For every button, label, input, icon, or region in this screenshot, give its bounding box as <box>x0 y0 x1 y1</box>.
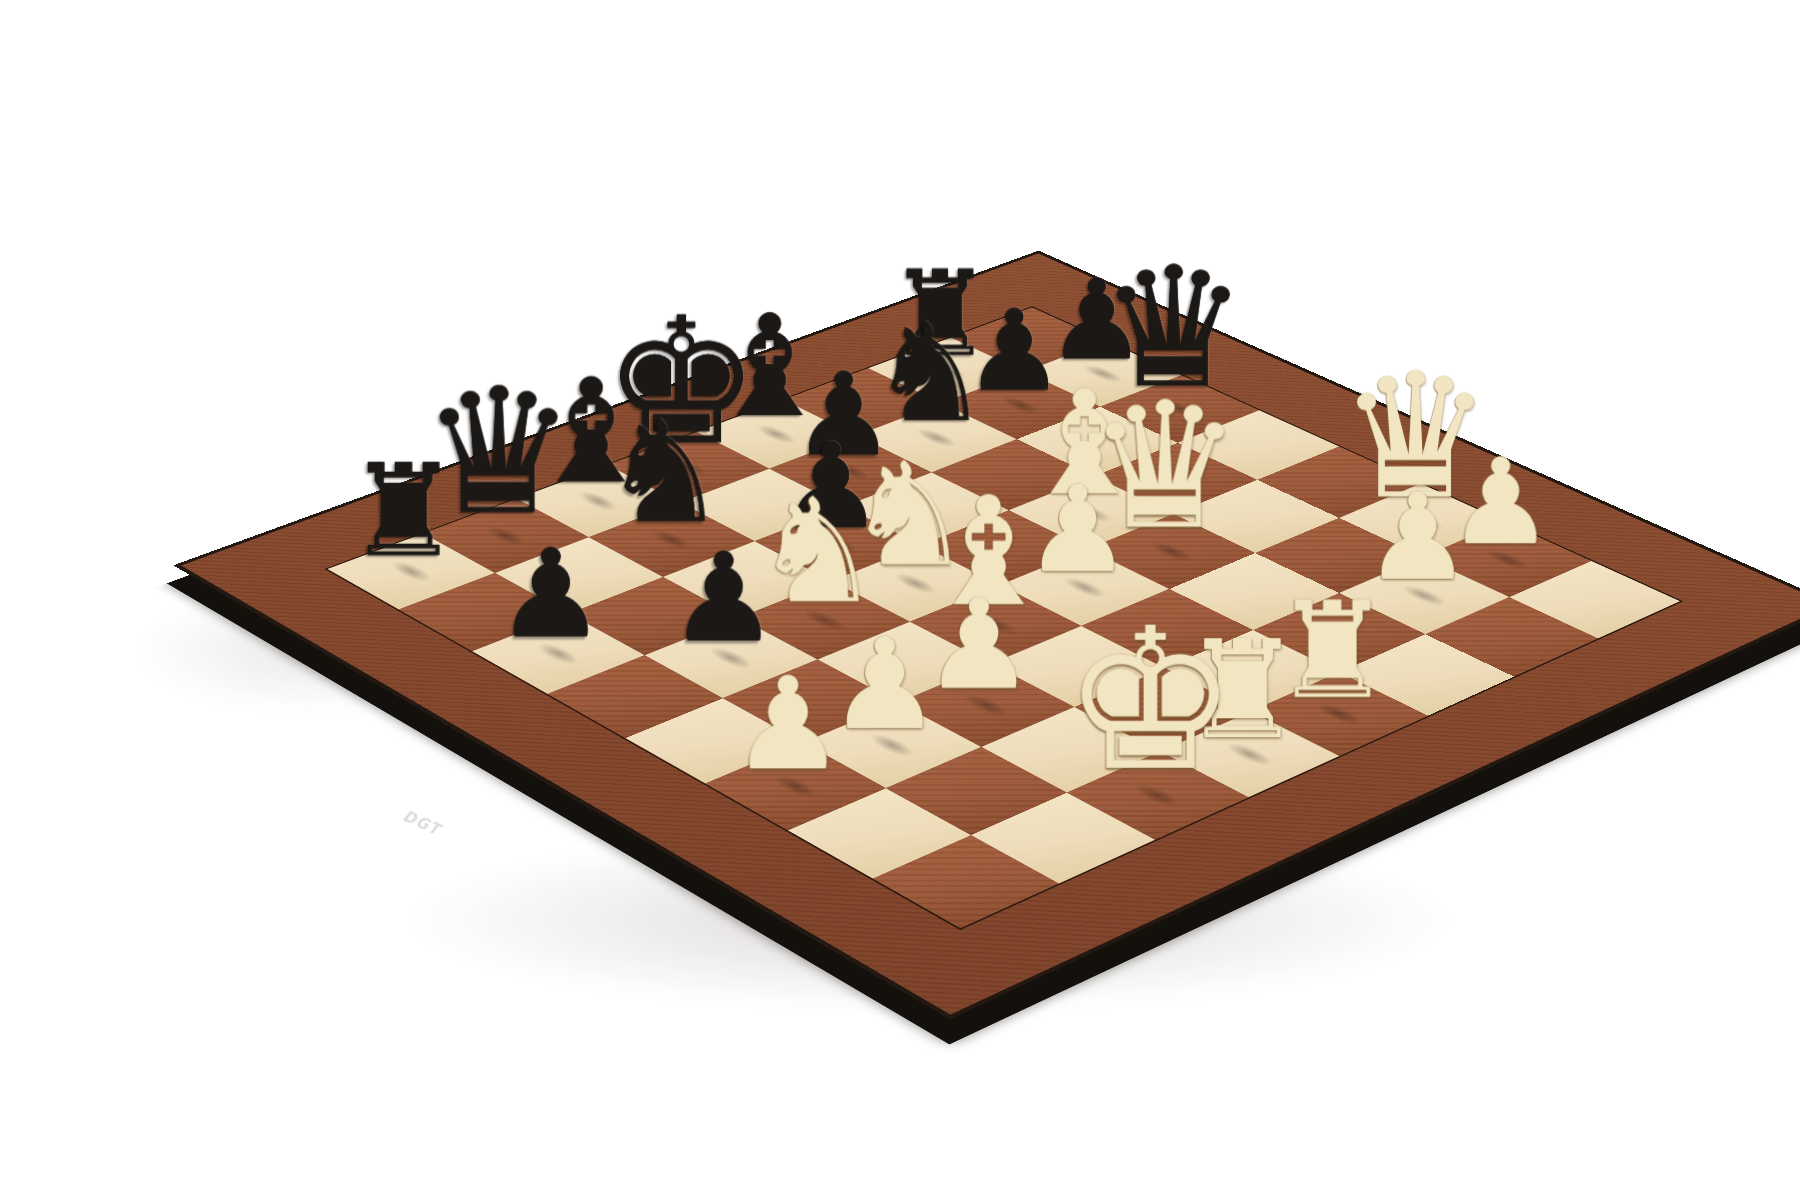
white-pawn-glyph: ♟ <box>731 661 846 789</box>
black-pawn-glyph: ♟ <box>669 538 779 661</box>
black-knight-glyph: ♞ <box>602 402 728 542</box>
product-photo-scene: ♟♛♛♟♜♟♟♞♝♛♝♟♟♜♚♟♞♝♜♝♞♞♟♚♛♟♟♜♟♟ DGT <box>0 0 1800 1196</box>
white-king-glyph: ♚ <box>1063 602 1239 798</box>
black-rook-glyph: ♜ <box>347 447 461 574</box>
black-pawn-glyph: ♟ <box>496 534 606 657</box>
